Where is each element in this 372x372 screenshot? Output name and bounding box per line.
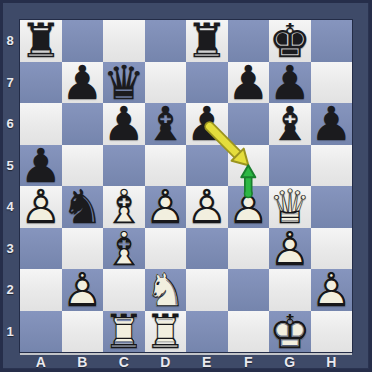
square-h5[interactable] xyxy=(311,145,353,187)
chess-board-widget: ♜♜♚♟♛♟♟♟♝♟♝♟♟♟♙♞♝♗♟♙♟♙♟♙♛♕♝♗♟♙♟♙♞♘♟♙♜♖♜♖… xyxy=(0,0,372,372)
chess-board: ♜♜♚♟♛♟♟♟♝♟♝♟♟♟♙♞♝♗♟♙♟♙♟♙♛♕♝♗♟♙♟♙♞♘♟♙♜♖♜♖… xyxy=(20,20,352,352)
white-king-g1[interactable]: ♚♔ xyxy=(269,311,311,353)
piece-glyph-fill: ♞ xyxy=(62,186,104,228)
square-a3[interactable] xyxy=(20,228,62,270)
square-h2[interactable]: ♟♙ xyxy=(311,269,353,311)
square-f3[interactable] xyxy=(228,228,270,270)
white-pawn-h2[interactable]: ♟♙ xyxy=(311,269,353,311)
rank-label-1: 1 xyxy=(0,311,20,353)
square-f2[interactable] xyxy=(228,269,270,311)
rank-label-7: 7 xyxy=(0,62,20,104)
square-d6[interactable]: ♝ xyxy=(145,103,187,145)
square-d1[interactable]: ♜♖ xyxy=(145,311,187,353)
file-label-d: D xyxy=(145,353,187,372)
square-b7[interactable]: ♟ xyxy=(62,62,104,104)
black-bishop-d6[interactable]: ♝ xyxy=(145,103,187,145)
square-g3[interactable]: ♟♙ xyxy=(269,228,311,270)
square-b4[interactable]: ♞ xyxy=(62,186,104,228)
white-pawn-a4[interactable]: ♟♙ xyxy=(20,186,62,228)
file-label-f: F xyxy=(228,353,270,372)
square-h6[interactable]: ♟ xyxy=(311,103,353,145)
file-label-c: C xyxy=(103,353,145,372)
square-c1[interactable]: ♜♖ xyxy=(103,311,145,353)
rank-label-8: 8 xyxy=(0,20,20,62)
piece-glyph-outline: ♙ xyxy=(228,186,270,228)
piece-glyph-outline: ♖ xyxy=(145,311,187,353)
square-h1[interactable] xyxy=(311,311,353,353)
white-pawn-f4[interactable]: ♟♙ xyxy=(228,186,270,228)
rank-label-5: 5 xyxy=(0,145,20,187)
file-label-g: G xyxy=(269,353,311,372)
square-a7[interactable] xyxy=(20,62,62,104)
black-pawn-e6[interactable]: ♟ xyxy=(186,103,228,145)
square-a2[interactable] xyxy=(20,269,62,311)
square-d4[interactable]: ♟♙ xyxy=(145,186,187,228)
square-h8[interactable] xyxy=(311,20,353,62)
rank-label-3: 3 xyxy=(0,228,20,270)
piece-glyph-outline: ♙ xyxy=(186,186,228,228)
square-e6[interactable]: ♟ xyxy=(186,103,228,145)
black-pawn-h6[interactable]: ♟ xyxy=(311,103,353,145)
piece-glyph-fill: ♝ xyxy=(269,103,311,145)
file-label-h: H xyxy=(311,353,353,372)
square-e2[interactable] xyxy=(186,269,228,311)
black-knight-b4[interactable]: ♞ xyxy=(62,186,104,228)
white-pawn-g3[interactable]: ♟♙ xyxy=(269,228,311,270)
square-f1[interactable] xyxy=(228,311,270,353)
black-rook-e8[interactable]: ♜ xyxy=(186,20,228,62)
square-b1[interactable] xyxy=(62,311,104,353)
white-rook-c1[interactable]: ♜♖ xyxy=(103,311,145,353)
white-pawn-e4[interactable]: ♟♙ xyxy=(186,186,228,228)
piece-glyph-fill: ♟ xyxy=(62,62,104,104)
square-b6[interactable] xyxy=(62,103,104,145)
piece-glyph-fill: ♜ xyxy=(20,20,62,62)
black-pawn-c6[interactable]: ♟ xyxy=(103,103,145,145)
square-f7[interactable]: ♟ xyxy=(228,62,270,104)
piece-glyph-fill: ♟ xyxy=(186,103,228,145)
piece-glyph-outline: ♙ xyxy=(20,186,62,228)
piece-glyph-outline: ♙ xyxy=(269,228,311,270)
piece-glyph-outline: ♙ xyxy=(311,269,353,311)
square-e1[interactable] xyxy=(186,311,228,353)
white-pawn-d4[interactable]: ♟♙ xyxy=(145,186,187,228)
black-rook-a8[interactable]: ♜ xyxy=(20,20,62,62)
piece-glyph-fill: ♟ xyxy=(311,103,353,145)
square-f6[interactable] xyxy=(228,103,270,145)
piece-glyph-outline: ♙ xyxy=(62,269,104,311)
piece-glyph-outline: ♗ xyxy=(103,228,145,270)
square-f4[interactable]: ♟♙ xyxy=(228,186,270,228)
white-bishop-c3[interactable]: ♝♗ xyxy=(103,228,145,270)
file-label-b: B xyxy=(62,353,104,372)
square-h4[interactable] xyxy=(311,186,353,228)
piece-glyph-outline: ♖ xyxy=(103,311,145,353)
piece-glyph-fill: ♝ xyxy=(145,103,187,145)
piece-glyph-fill: ♜ xyxy=(186,20,228,62)
square-e8[interactable]: ♜ xyxy=(186,20,228,62)
black-pawn-b7[interactable]: ♟ xyxy=(62,62,104,104)
file-label-e: E xyxy=(186,353,228,372)
square-a8[interactable]: ♜ xyxy=(20,20,62,62)
piece-glyph-fill: ♟ xyxy=(103,103,145,145)
square-a4[interactable]: ♟♙ xyxy=(20,186,62,228)
square-c3[interactable]: ♝♗ xyxy=(103,228,145,270)
rank-label-4: 4 xyxy=(0,186,20,228)
piece-glyph-outline: ♔ xyxy=(269,311,311,353)
rank-label-2: 2 xyxy=(0,269,20,311)
square-c6[interactable]: ♟ xyxy=(103,103,145,145)
square-g1[interactable]: ♚♔ xyxy=(269,311,311,353)
piece-glyph-outline: ♙ xyxy=(145,186,187,228)
square-b2[interactable]: ♟♙ xyxy=(62,269,104,311)
square-e4[interactable]: ♟♙ xyxy=(186,186,228,228)
black-bishop-g6[interactable]: ♝ xyxy=(269,103,311,145)
square-e3[interactable] xyxy=(186,228,228,270)
white-pawn-b2[interactable]: ♟♙ xyxy=(62,269,104,311)
piece-glyph-fill: ♟ xyxy=(228,62,270,104)
square-g6[interactable]: ♝ xyxy=(269,103,311,145)
square-d8[interactable] xyxy=(145,20,187,62)
file-label-a: A xyxy=(20,353,62,372)
white-rook-d1[interactable]: ♜♖ xyxy=(145,311,187,353)
rank-label-6: 6 xyxy=(0,103,20,145)
square-a1[interactable] xyxy=(20,311,62,353)
black-pawn-f7[interactable]: ♟ xyxy=(228,62,270,104)
